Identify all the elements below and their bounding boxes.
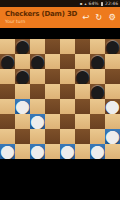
square-r2c7[interactable]: ●	[90, 54, 105, 69]
square-r3c8[interactable]	[105, 69, 120, 84]
settings-gear-icon[interactable]: ⚙	[108, 7, 116, 28]
square-r1c6[interactable]	[75, 39, 90, 54]
square-r4c2	[15, 84, 30, 99]
black-piece: ●	[75, 69, 90, 84]
signal-icon: ▴	[85, 0, 87, 7]
square-r3c4[interactable]	[45, 69, 60, 84]
square-r7c7	[90, 129, 105, 144]
square-r2c2	[15, 54, 30, 69]
square-r1c3	[30, 39, 45, 54]
square-r8c4	[45, 144, 60, 159]
square-r3c3	[30, 69, 45, 84]
white-piece: ●	[105, 129, 120, 144]
square-r1c5	[60, 39, 75, 54]
square-r7c4[interactable]	[45, 129, 60, 144]
white-piece: ●	[30, 144, 45, 159]
white-piece: ●	[90, 144, 105, 159]
square-r6c2	[15, 114, 30, 129]
square-r8c1[interactable]: ●	[0, 144, 15, 159]
square-r1c7	[90, 39, 105, 54]
app-bar-actions: ↩ ↻ ⚙	[82, 7, 116, 28]
square-r1c2[interactable]: ●	[15, 39, 30, 54]
square-r3c2[interactable]: ●	[15, 69, 30, 84]
square-r6c4	[45, 114, 60, 129]
square-r7c1	[0, 129, 15, 144]
square-r1c1	[0, 39, 15, 54]
square-r4c4	[45, 84, 60, 99]
square-r1c8[interactable]: ●	[105, 39, 120, 54]
square-r7c6[interactable]	[75, 129, 90, 144]
square-r3c6[interactable]: ●	[75, 69, 90, 84]
status-bar: ▪ ▴ 64% 22:46	[0, 0, 120, 7]
battery-icon	[101, 2, 104, 6]
page-title: Checkers (Dam) 3D	[5, 11, 77, 18]
white-piece: ●	[60, 144, 75, 159]
square-r7c5	[60, 129, 75, 144]
app-bar: Checkers (Dam) 3D Your turn ↩ ↻ ⚙	[0, 7, 120, 28]
black-piece: ●	[90, 54, 105, 69]
square-r3c1	[0, 69, 15, 84]
black-piece: ●	[15, 39, 30, 54]
square-r4c5[interactable]	[60, 84, 75, 99]
square-r6c6	[75, 114, 90, 129]
app-window: ▪ ▴ 64% 22:46 Checkers (Dam) 3D Your tur…	[0, 0, 120, 200]
square-r7c2[interactable]	[15, 129, 30, 144]
white-piece: ●	[0, 144, 15, 159]
square-r8c2	[15, 144, 30, 159]
square-r6c3[interactable]: ●	[30, 114, 45, 129]
square-r7c3	[30, 129, 45, 144]
square-r3c5	[60, 69, 75, 84]
square-r2c5[interactable]	[60, 54, 75, 69]
square-r6c8	[105, 114, 120, 129]
square-r6c7[interactable]	[90, 114, 105, 129]
square-r5c8[interactable]: ●	[105, 99, 120, 114]
square-r4c1[interactable]	[0, 84, 15, 99]
square-r2c1[interactable]: ●	[0, 54, 15, 69]
notification-icon: ▪	[80, 0, 83, 7]
turn-status: Your turn	[5, 20, 77, 25]
square-r4c8	[105, 84, 120, 99]
black-piece: ●	[105, 39, 120, 54]
square-r7c8[interactable]: ●	[105, 129, 120, 144]
square-r2c8	[105, 54, 120, 69]
status-time: 22:46	[105, 0, 118, 7]
square-r1c4[interactable]	[45, 39, 60, 54]
square-r8c7[interactable]: ●	[90, 144, 105, 159]
black-piece: ●	[30, 54, 45, 69]
refresh-icon[interactable]: ↻	[95, 7, 102, 28]
square-r5c2[interactable]: ●	[15, 99, 30, 114]
square-r4c3[interactable]	[30, 84, 45, 99]
square-r5c6[interactable]	[75, 99, 90, 114]
square-r2c6	[75, 54, 90, 69]
undo-icon[interactable]: ↩	[82, 7, 89, 28]
battery-percent: 64%	[89, 0, 99, 7]
square-r8c8	[105, 144, 120, 159]
white-piece: ●	[105, 99, 120, 114]
square-r8c5[interactable]: ●	[60, 144, 75, 159]
square-r2c4	[45, 54, 60, 69]
square-r6c1[interactable]	[0, 114, 15, 129]
bottom-area	[0, 159, 120, 200]
black-piece: ●	[15, 69, 30, 84]
square-r5c5	[60, 99, 75, 114]
app-bar-titles: Checkers (Dam) 3D Your turn	[5, 11, 77, 24]
black-piece: ●	[90, 84, 105, 99]
square-r6c5[interactable]	[60, 114, 75, 129]
square-r5c7	[90, 99, 105, 114]
square-r8c6	[75, 144, 90, 159]
black-piece: ●	[0, 54, 15, 69]
square-r4c7[interactable]: ●	[90, 84, 105, 99]
square-r5c3	[30, 99, 45, 114]
square-r4c6	[75, 84, 90, 99]
white-piece: ●	[15, 99, 30, 114]
square-r2c3[interactable]: ●	[30, 54, 45, 69]
board: ●●●●●●●●●●●●●●●●	[0, 39, 120, 159]
square-r5c1	[0, 99, 15, 114]
white-piece: ●	[30, 114, 45, 129]
square-r8c3[interactable]: ●	[30, 144, 45, 159]
square-r3c7	[90, 69, 105, 84]
square-r5c4[interactable]	[45, 99, 60, 114]
